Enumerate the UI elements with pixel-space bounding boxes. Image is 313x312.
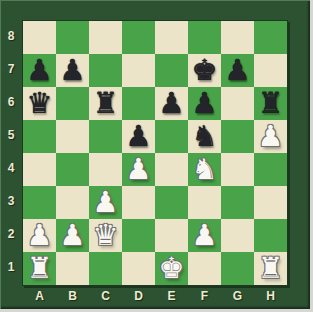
square-a5[interactable] xyxy=(23,120,56,153)
square-a4[interactable] xyxy=(23,153,56,186)
file-label-h: H xyxy=(254,286,287,306)
file-label-f: F xyxy=(188,286,221,306)
square-a6[interactable]: ♛ xyxy=(23,87,56,120)
square-g7[interactable]: ♟ xyxy=(221,54,254,87)
piece-black-pawn[interactable]: ♟ xyxy=(27,54,53,87)
rank-label-5: 5 xyxy=(0,119,22,152)
square-a2[interactable]: ♟ xyxy=(23,219,56,252)
chess-diagram: ♟♟♚♟♛♜♟♟♜♟♞♟♟♞♟♟♟♛♟♜♚♜ 8 7 6 5 4 3 2 1 A… xyxy=(0,0,313,312)
square-b7[interactable]: ♟ xyxy=(56,54,89,87)
piece-black-knight[interactable]: ♞ xyxy=(192,120,218,153)
square-d3[interactable] xyxy=(122,186,155,219)
piece-white-pawn[interactable]: ♟ xyxy=(258,120,284,153)
piece-black-rook[interactable]: ♜ xyxy=(93,87,119,120)
square-c3[interactable]: ♟ xyxy=(89,186,122,219)
square-g6[interactable] xyxy=(221,87,254,120)
file-label-d: D xyxy=(122,286,155,306)
square-h4[interactable] xyxy=(254,153,287,186)
square-e6[interactable]: ♟ xyxy=(155,87,188,120)
square-e7[interactable] xyxy=(155,54,188,87)
rank-label-6: 6 xyxy=(0,86,22,119)
square-c1[interactable] xyxy=(89,252,122,285)
file-label-b: B xyxy=(56,286,89,306)
square-c7[interactable] xyxy=(89,54,122,87)
square-d7[interactable] xyxy=(122,54,155,87)
piece-white-rook[interactable]: ♜ xyxy=(258,252,284,285)
square-h8[interactable] xyxy=(254,21,287,54)
piece-black-pawn[interactable]: ♟ xyxy=(126,120,152,153)
square-f3[interactable] xyxy=(188,186,221,219)
piece-white-rook[interactable]: ♜ xyxy=(27,252,53,285)
piece-white-knight[interactable]: ♞ xyxy=(192,153,218,186)
square-c8[interactable] xyxy=(89,21,122,54)
square-e5[interactable] xyxy=(155,120,188,153)
square-g3[interactable] xyxy=(221,186,254,219)
piece-black-rook[interactable]: ♜ xyxy=(258,87,284,120)
chess-board[interactable]: ♟♟♚♟♛♜♟♟♜♟♞♟♟♞♟♟♟♛♟♜♚♜ xyxy=(22,20,288,286)
square-c6[interactable]: ♜ xyxy=(89,87,122,120)
square-e1[interactable]: ♚ xyxy=(155,252,188,285)
square-e2[interactable] xyxy=(155,219,188,252)
square-a1[interactable]: ♜ xyxy=(23,252,56,285)
file-label-a: A xyxy=(23,286,56,306)
square-g1[interactable] xyxy=(221,252,254,285)
rank-label-1: 1 xyxy=(0,251,22,284)
square-b4[interactable] xyxy=(56,153,89,186)
square-h2[interactable] xyxy=(254,219,287,252)
square-h7[interactable] xyxy=(254,54,287,87)
piece-white-pawn[interactable]: ♟ xyxy=(27,219,53,252)
square-h6[interactable]: ♜ xyxy=(254,87,287,120)
square-b8[interactable] xyxy=(56,21,89,54)
rank-label-8: 8 xyxy=(0,20,22,53)
square-e8[interactable] xyxy=(155,21,188,54)
piece-white-king[interactable]: ♚ xyxy=(159,252,185,285)
square-d5[interactable]: ♟ xyxy=(122,120,155,153)
square-f8[interactable] xyxy=(188,21,221,54)
piece-white-pawn[interactable]: ♟ xyxy=(93,186,119,219)
square-f1[interactable] xyxy=(188,252,221,285)
rank-label-7: 7 xyxy=(0,53,22,86)
piece-black-pawn[interactable]: ♟ xyxy=(192,87,218,120)
piece-black-pawn[interactable]: ♟ xyxy=(159,87,185,120)
square-d2[interactable] xyxy=(122,219,155,252)
square-h1[interactable]: ♜ xyxy=(254,252,287,285)
square-a7[interactable]: ♟ xyxy=(23,54,56,87)
square-c2[interactable]: ♛ xyxy=(89,219,122,252)
rank-label-4: 4 xyxy=(0,152,22,185)
square-b1[interactable] xyxy=(56,252,89,285)
square-b5[interactable] xyxy=(56,120,89,153)
square-d4[interactable]: ♟ xyxy=(122,153,155,186)
square-b6[interactable] xyxy=(56,87,89,120)
square-f5[interactable]: ♞ xyxy=(188,120,221,153)
piece-white-pawn[interactable]: ♟ xyxy=(126,153,152,186)
piece-white-pawn[interactable]: ♟ xyxy=(60,219,86,252)
piece-black-queen[interactable]: ♛ xyxy=(27,87,53,120)
square-c5[interactable] xyxy=(89,120,122,153)
square-h3[interactable] xyxy=(254,186,287,219)
file-label-g: G xyxy=(221,286,254,306)
square-f2[interactable]: ♟ xyxy=(188,219,221,252)
square-d8[interactable] xyxy=(122,21,155,54)
square-f6[interactable]: ♟ xyxy=(188,87,221,120)
square-g8[interactable] xyxy=(221,21,254,54)
square-g2[interactable] xyxy=(221,219,254,252)
square-c4[interactable] xyxy=(89,153,122,186)
square-a8[interactable] xyxy=(23,21,56,54)
square-f4[interactable]: ♞ xyxy=(188,153,221,186)
square-g5[interactable] xyxy=(221,120,254,153)
square-f7[interactable]: ♚ xyxy=(188,54,221,87)
piece-black-king[interactable]: ♚ xyxy=(192,54,218,87)
piece-white-queen[interactable]: ♛ xyxy=(93,219,119,252)
square-g4[interactable] xyxy=(221,153,254,186)
piece-black-pawn[interactable]: ♟ xyxy=(60,54,86,87)
rank-label-2: 2 xyxy=(0,218,22,251)
rank-label-3: 3 xyxy=(0,185,22,218)
square-a3[interactable] xyxy=(23,186,56,219)
square-e4[interactable] xyxy=(155,153,188,186)
square-b2[interactable]: ♟ xyxy=(56,219,89,252)
piece-white-pawn[interactable]: ♟ xyxy=(192,219,218,252)
square-e3[interactable] xyxy=(155,186,188,219)
square-b3[interactable] xyxy=(56,186,89,219)
piece-black-pawn[interactable]: ♟ xyxy=(225,54,251,87)
square-d6[interactable] xyxy=(122,87,155,120)
file-label-c: C xyxy=(89,286,122,306)
square-d1[interactable] xyxy=(122,252,155,285)
file-label-e: E xyxy=(155,286,188,306)
square-h5[interactable]: ♟ xyxy=(254,120,287,153)
